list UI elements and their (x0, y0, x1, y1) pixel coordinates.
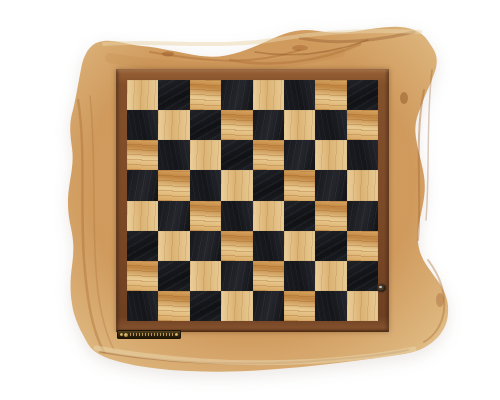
square-a1[interactable] (127, 291, 158, 321)
square-e6[interactable] (253, 140, 284, 170)
square-b2[interactable] (158, 261, 189, 291)
square-c8[interactable] (190, 80, 221, 110)
square-h6[interactable] (347, 140, 378, 170)
plaque-emblem-icon (124, 333, 128, 337)
square-f8[interactable] (284, 80, 315, 110)
plaque-rivet-right-icon (175, 333, 178, 336)
square-d7[interactable] (221, 110, 252, 140)
square-a6[interactable] (127, 140, 158, 170)
square-g4[interactable] (315, 201, 346, 231)
square-h3[interactable] (347, 231, 378, 261)
square-f3[interactable] (284, 231, 315, 261)
square-e3[interactable] (253, 231, 284, 261)
square-g6[interactable] (315, 140, 346, 170)
square-h4[interactable] (347, 201, 378, 231)
square-c6[interactable] (190, 140, 221, 170)
square-c3[interactable] (190, 231, 221, 261)
square-b6[interactable] (158, 140, 189, 170)
square-d3[interactable] (221, 231, 252, 261)
square-c4[interactable] (190, 201, 221, 231)
square-d8[interactable] (221, 80, 252, 110)
square-b4[interactable] (158, 201, 189, 231)
square-c2[interactable] (190, 261, 221, 291)
plaque-engraving (130, 333, 173, 336)
square-e1[interactable] (253, 291, 284, 321)
square-e8[interactable] (253, 80, 284, 110)
square-f5[interactable] (284, 170, 315, 200)
square-c1[interactable] (190, 291, 221, 321)
square-e7[interactable] (253, 110, 284, 140)
square-b5[interactable] (158, 170, 189, 200)
product-photo (0, 0, 500, 400)
square-d2[interactable] (221, 261, 252, 291)
square-d4[interactable] (221, 201, 252, 231)
square-b1[interactable] (158, 291, 189, 321)
brass-plaque (117, 330, 181, 339)
plaque-rivet-left-icon (120, 333, 123, 336)
square-f2[interactable] (284, 261, 315, 291)
chess-board (127, 80, 378, 321)
square-h1[interactable] (347, 291, 378, 321)
square-g5[interactable] (315, 170, 346, 200)
square-b7[interactable] (158, 110, 189, 140)
square-e5[interactable] (253, 170, 284, 200)
square-d5[interactable] (221, 170, 252, 200)
square-a5[interactable] (127, 170, 158, 200)
square-e2[interactable] (253, 261, 284, 291)
square-f7[interactable] (284, 110, 315, 140)
square-h8[interactable] (347, 80, 378, 110)
square-c7[interactable] (190, 110, 221, 140)
square-f1[interactable] (284, 291, 315, 321)
square-e4[interactable] (253, 201, 284, 231)
square-a8[interactable] (127, 80, 158, 110)
square-h7[interactable] (347, 110, 378, 140)
square-g7[interactable] (315, 110, 346, 140)
square-h2[interactable] (347, 261, 378, 291)
square-g8[interactable] (315, 80, 346, 110)
square-g3[interactable] (315, 231, 346, 261)
square-a7[interactable] (127, 110, 158, 140)
square-g1[interactable] (315, 291, 346, 321)
square-a2[interactable] (127, 261, 158, 291)
square-d1[interactable] (221, 291, 252, 321)
wood-knot-screw-icon (377, 284, 386, 292)
square-f6[interactable] (284, 140, 315, 170)
square-g2[interactable] (315, 261, 346, 291)
square-b8[interactable] (158, 80, 189, 110)
square-c5[interactable] (190, 170, 221, 200)
square-f4[interactable] (284, 201, 315, 231)
square-b3[interactable] (158, 231, 189, 261)
square-h5[interactable] (347, 170, 378, 200)
square-a3[interactable] (127, 231, 158, 261)
square-a4[interactable] (127, 201, 158, 231)
square-d6[interactable] (221, 140, 252, 170)
